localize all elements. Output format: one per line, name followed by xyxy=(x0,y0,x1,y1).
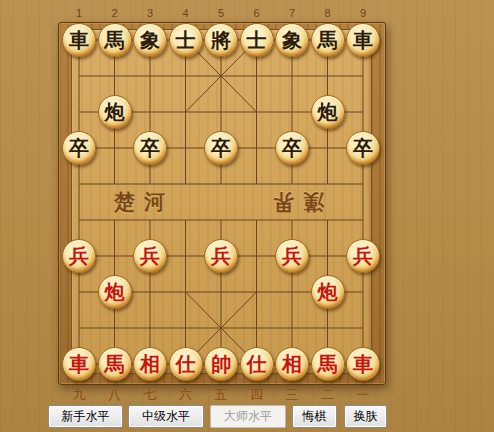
game-window: 楚河 漢界 新手水平 中级水平 大师水平 悔棋 换肤 123456789九八七六… xyxy=(0,0,494,432)
piece-black-horse[interactable]: 馬 xyxy=(311,23,345,57)
piece-black-cannon[interactable]: 炮 xyxy=(98,95,132,129)
piece-glyph: 兵 xyxy=(353,246,373,266)
piece-black-chariot[interactable]: 車 xyxy=(346,23,380,57)
piece-glyph: 卒 xyxy=(353,138,373,158)
piece-glyph: 車 xyxy=(69,354,89,374)
piece-glyph: 馬 xyxy=(105,354,125,374)
piece-glyph: 卒 xyxy=(211,138,231,158)
piece-glyph: 炮 xyxy=(105,282,125,302)
file-label-bottom-4: 六 xyxy=(174,386,198,404)
piece-glyph: 仕 xyxy=(176,354,196,374)
button-change-skin[interactable]: 换肤 xyxy=(344,405,387,428)
piece-glyph: 相 xyxy=(140,354,160,374)
piece-glyph: 車 xyxy=(353,354,373,374)
piece-glyph: 車 xyxy=(69,30,89,50)
file-label-top-9: 9 xyxy=(351,7,375,19)
piece-red-horse[interactable]: 馬 xyxy=(311,347,345,381)
piece-black-soldier[interactable]: 卒 xyxy=(133,131,167,165)
button-master-level: 大师水平 xyxy=(210,405,286,428)
file-label-bottom-8: 二 xyxy=(316,386,340,404)
file-label-bottom-9: 一 xyxy=(351,386,375,404)
piece-glyph: 象 xyxy=(282,30,302,50)
piece-glyph: 士 xyxy=(247,30,267,50)
piece-glyph: 將 xyxy=(211,30,231,50)
piece-red-soldier[interactable]: 兵 xyxy=(346,239,380,273)
file-label-top-6: 6 xyxy=(245,7,269,19)
piece-black-cannon[interactable]: 炮 xyxy=(311,95,345,129)
file-label-top-8: 8 xyxy=(316,7,340,19)
piece-red-soldier[interactable]: 兵 xyxy=(133,239,167,273)
file-label-top-4: 4 xyxy=(174,7,198,19)
piece-glyph: 馬 xyxy=(318,30,338,50)
piece-glyph: 卒 xyxy=(140,138,160,158)
piece-red-advisor[interactable]: 仕 xyxy=(169,347,203,381)
piece-black-general[interactable]: 將 xyxy=(204,23,238,57)
piece-black-elephant[interactable]: 象 xyxy=(275,23,309,57)
piece-glyph: 炮 xyxy=(105,102,125,122)
piece-glyph: 車 xyxy=(353,30,373,50)
file-label-top-5: 5 xyxy=(209,7,233,19)
piece-black-soldier[interactable]: 卒 xyxy=(275,131,309,165)
file-label-bottom-1: 九 xyxy=(67,386,91,404)
piece-glyph: 馬 xyxy=(105,30,125,50)
piece-black-advisor[interactable]: 士 xyxy=(240,23,274,57)
piece-red-chariot[interactable]: 車 xyxy=(62,347,96,381)
button-undo-move[interactable]: 悔棋 xyxy=(292,405,337,428)
file-label-top-3: 3 xyxy=(138,7,162,19)
piece-red-soldier[interactable]: 兵 xyxy=(275,239,309,273)
file-label-bottom-6: 四 xyxy=(245,386,269,404)
button-intermediate-level[interactable]: 中级水平 xyxy=(128,405,204,428)
piece-red-cannon[interactable]: 炮 xyxy=(311,275,345,309)
piece-black-advisor[interactable]: 士 xyxy=(169,23,203,57)
file-label-top-7: 7 xyxy=(280,7,304,19)
file-label-top-2: 2 xyxy=(103,7,127,19)
piece-glyph: 兵 xyxy=(211,246,231,266)
piece-red-chariot[interactable]: 車 xyxy=(346,347,380,381)
piece-glyph: 兵 xyxy=(282,246,302,266)
piece-red-advisor[interactable]: 仕 xyxy=(240,347,274,381)
file-label-bottom-2: 八 xyxy=(103,386,127,404)
piece-red-horse[interactable]: 馬 xyxy=(98,347,132,381)
file-label-bottom-7: 三 xyxy=(280,386,304,404)
piece-glyph: 士 xyxy=(176,30,196,50)
piece-black-elephant[interactable]: 象 xyxy=(133,23,167,57)
piece-red-elephant[interactable]: 相 xyxy=(275,347,309,381)
piece-red-cannon[interactable]: 炮 xyxy=(98,275,132,309)
piece-black-horse[interactable]: 馬 xyxy=(98,23,132,57)
file-label-bottom-3: 七 xyxy=(138,386,162,404)
file-label-top-1: 1 xyxy=(67,7,91,19)
piece-red-general[interactable]: 帥 xyxy=(204,347,238,381)
river-label-han-jie: 漢界 xyxy=(264,190,324,214)
piece-glyph: 兵 xyxy=(69,246,89,266)
piece-glyph: 炮 xyxy=(318,102,338,122)
piece-red-soldier[interactable]: 兵 xyxy=(62,239,96,273)
piece-glyph: 馬 xyxy=(318,354,338,374)
piece-glyph: 炮 xyxy=(318,282,338,302)
river-label-chu-he: 楚河 xyxy=(114,190,174,214)
piece-glyph: 相 xyxy=(282,354,302,374)
button-novice-level[interactable]: 新手水平 xyxy=(48,405,123,428)
piece-glyph: 象 xyxy=(140,30,160,50)
piece-glyph: 仕 xyxy=(247,354,267,374)
piece-black-chariot[interactable]: 車 xyxy=(62,23,96,57)
piece-red-soldier[interactable]: 兵 xyxy=(204,239,238,273)
file-label-bottom-5: 五 xyxy=(209,386,233,404)
piece-glyph: 卒 xyxy=(282,138,302,158)
piece-glyph: 卒 xyxy=(69,138,89,158)
piece-red-elephant[interactable]: 相 xyxy=(133,347,167,381)
piece-glyph: 帥 xyxy=(211,354,231,374)
piece-black-soldier[interactable]: 卒 xyxy=(204,131,238,165)
piece-glyph: 兵 xyxy=(140,246,160,266)
piece-black-soldier[interactable]: 卒 xyxy=(346,131,380,165)
piece-black-soldier[interactable]: 卒 xyxy=(62,131,96,165)
